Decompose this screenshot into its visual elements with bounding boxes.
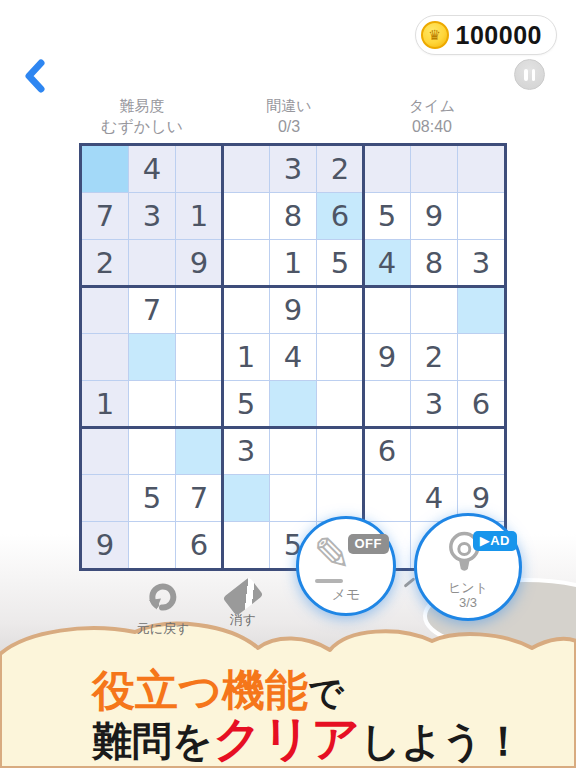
difficulty-value: むずかしい <box>57 116 227 138</box>
sudoku-cell-r9c1[interactable]: 9 <box>82 522 128 568</box>
sudoku-grid: 432731865929154837914921536365749965 <box>79 143 507 571</box>
banner-line2-end: しよう！ <box>360 719 523 763</box>
mistakes-label: 間違い <box>229 96 349 116</box>
sudoku-cell-r4c2[interactable]: 7 <box>129 287 175 333</box>
undo-button[interactable]: 元に戻す <box>121 579 205 638</box>
sudoku-cell-r4c3[interactable] <box>176 287 222 333</box>
sudoku-cell-r8c8[interactable]: 4 <box>411 475 457 521</box>
sudoku-cell-r8c3[interactable]: 7 <box>176 475 222 521</box>
sudoku-cell-r3c3[interactable]: 9 <box>176 240 222 286</box>
pencil-baseline <box>315 579 343 583</box>
sudoku-cell-r3c2[interactable] <box>129 240 175 286</box>
sudoku-cell-r5c2[interactable] <box>129 334 175 380</box>
sudoku-cell-r5c3[interactable] <box>176 334 222 380</box>
sudoku-cell-r1c7[interactable] <box>364 146 410 192</box>
ad-badge: ▶AD <box>473 531 517 551</box>
sudoku-cell-r7c7[interactable]: 6 <box>364 428 410 474</box>
mistakes-value: 0/3 <box>229 116 349 138</box>
sudoku-cell-r2c3[interactable]: 1 <box>176 193 222 239</box>
memo-off-badge: OFF <box>348 534 390 554</box>
sudoku-cell-r6c6[interactable] <box>317 381 363 427</box>
sudoku-cell-r2c6[interactable]: 6 <box>317 193 363 239</box>
sudoku-cell-r1c5[interactable]: 3 <box>270 146 316 192</box>
sudoku-cell-r7c2[interactable] <box>129 428 175 474</box>
back-chevron-icon <box>23 59 47 93</box>
sudoku-cell-r8c1[interactable] <box>82 475 128 521</box>
sudoku-cell-r7c6[interactable] <box>317 428 363 474</box>
sudoku-cell-r1c9[interactable] <box>458 146 504 192</box>
crown-coin-icon: ♛ <box>421 21 449 49</box>
stat-difficulty: 難易度 むずかしい <box>57 96 227 138</box>
hint-label: ヒント <box>417 580 519 595</box>
hint-button[interactable]: ▶AD ヒント 3/3 <box>414 513 522 621</box>
sudoku-cell-r6c9[interactable]: 6 <box>458 381 504 427</box>
banner-line-2: 難問をクリアしよう！ <box>92 707 523 768</box>
back-button[interactable] <box>18 56 52 96</box>
sudoku-cell-r6c3[interactable] <box>176 381 222 427</box>
hint-count: 3/3 <box>417 595 519 610</box>
sudoku-cell-r9c2[interactable] <box>129 522 175 568</box>
sudoku-cell-r3c9[interactable]: 3 <box>458 240 504 286</box>
coin-amount: 100000 <box>456 21 542 50</box>
hint-labels: ヒント 3/3 <box>417 580 519 610</box>
erase-button[interactable]: 消す <box>201 579 285 629</box>
sudoku-cell-r8c5[interactable] <box>270 475 316 521</box>
coin-balance-pill[interactable]: ♛ 100000 <box>415 15 557 55</box>
undo-arrow-icon <box>146 579 180 613</box>
sudoku-cell-r4c6[interactable] <box>317 287 363 333</box>
sudoku-cell-r1c3[interactable] <box>176 146 222 192</box>
sudoku-cell-r1c2[interactable]: 4 <box>129 146 175 192</box>
sudoku-cell-r4c7[interactable] <box>364 287 410 333</box>
sudoku-cell-r1c8[interactable] <box>411 146 457 192</box>
time-value: 08:40 <box>372 116 492 138</box>
sudoku-cell-r7c5[interactable] <box>270 428 316 474</box>
banner-line2-start: 難問を <box>92 719 213 763</box>
sudoku-cell-r5c8[interactable]: 2 <box>411 334 457 380</box>
sudoku-cell-r2c9[interactable] <box>458 193 504 239</box>
sudoku-cell-r6c4[interactable]: 5 <box>223 381 269 427</box>
sudoku-cell-r9c3[interactable]: 6 <box>176 522 222 568</box>
sudoku-cell-r5c5[interactable]: 4 <box>270 334 316 380</box>
sudoku-cell-r8c6[interactable] <box>317 475 363 521</box>
sudoku-cell-r7c1[interactable] <box>82 428 128 474</box>
sudoku-cell-r9c4[interactable] <box>223 522 269 568</box>
stat-time: タイム 08:40 <box>372 96 492 138</box>
sudoku-board: 432731865929154837914921536365749965 <box>79 143 507 571</box>
sudoku-cell-r6c2[interactable] <box>129 381 175 427</box>
time-label: タイム <box>372 96 492 116</box>
sudoku-cell-r5c4[interactable]: 1 <box>223 334 269 380</box>
sudoku-cell-r3c1[interactable]: 2 <box>82 240 128 286</box>
sudoku-cell-r7c4[interactable]: 3 <box>223 428 269 474</box>
sudoku-cell-r1c1[interactable] <box>82 146 128 192</box>
sudoku-cell-r2c2[interactable]: 3 <box>129 193 175 239</box>
sudoku-cell-r2c4[interactable] <box>223 193 269 239</box>
sudoku-cell-r5c6[interactable] <box>317 334 363 380</box>
sudoku-cell-r4c5[interactable]: 9 <box>270 287 316 333</box>
sudoku-cell-r4c8[interactable] <box>411 287 457 333</box>
sudoku-cell-r4c4[interactable] <box>223 287 269 333</box>
sudoku-cell-r4c9[interactable] <box>458 287 504 333</box>
erase-label: 消す <box>201 611 285 629</box>
sudoku-cell-r6c8[interactable]: 3 <box>411 381 457 427</box>
pencil-icon: ✎ <box>313 527 352 581</box>
difficulty-label: 難易度 <box>57 96 227 116</box>
sudoku-cell-r2c7[interactable]: 5 <box>364 193 410 239</box>
sudoku-cell-r5c1[interactable] <box>82 334 128 380</box>
sudoku-cell-r7c3[interactable] <box>176 428 222 474</box>
pause-icon <box>524 69 528 81</box>
sudoku-cell-r3c6[interactable]: 5 <box>317 240 363 286</box>
sudoku-cell-r6c7[interactable] <box>364 381 410 427</box>
sudoku-cell-r8c7[interactable] <box>364 475 410 521</box>
memo-button[interactable]: ✎ OFF メモ <box>296 516 396 616</box>
sudoku-cell-r3c8[interactable]: 8 <box>411 240 457 286</box>
sudoku-cell-r7c9[interactable] <box>458 428 504 474</box>
memo-label: メモ <box>299 587 393 602</box>
sudoku-cell-r6c5[interactable] <box>270 381 316 427</box>
banner-line2-highlight: クリア <box>213 712 360 765</box>
sudoku-cell-r3c5[interactable]: 1 <box>270 240 316 286</box>
sudoku-cell-r8c2[interactable]: 5 <box>129 475 175 521</box>
pause-button[interactable] <box>514 59 545 90</box>
sudoku-cell-r3c7[interactable]: 4 <box>364 240 410 286</box>
sudoku-cell-r2c5[interactable]: 8 <box>270 193 316 239</box>
sudoku-cell-r6c1[interactable]: 1 <box>82 381 128 427</box>
sudoku-cell-r4c1[interactable] <box>82 287 128 333</box>
sudoku-cell-r7c8[interactable] <box>411 428 457 474</box>
sudoku-cell-r2c8[interactable]: 9 <box>411 193 457 239</box>
sudoku-cell-r8c4[interactable] <box>223 475 269 521</box>
sudoku-cell-r2c1[interactable]: 7 <box>82 193 128 239</box>
stat-mistakes: 間違い 0/3 <box>229 96 349 138</box>
sudoku-cell-r5c9[interactable] <box>458 334 504 380</box>
undo-label: 元に戻す <box>121 620 205 638</box>
sudoku-cell-r1c6[interactable]: 2 <box>317 146 363 192</box>
sudoku-cell-r1c4[interactable] <box>223 146 269 192</box>
sudoku-cell-r3c4[interactable] <box>223 240 269 286</box>
sudoku-cell-r5c7[interactable]: 9 <box>364 334 410 380</box>
